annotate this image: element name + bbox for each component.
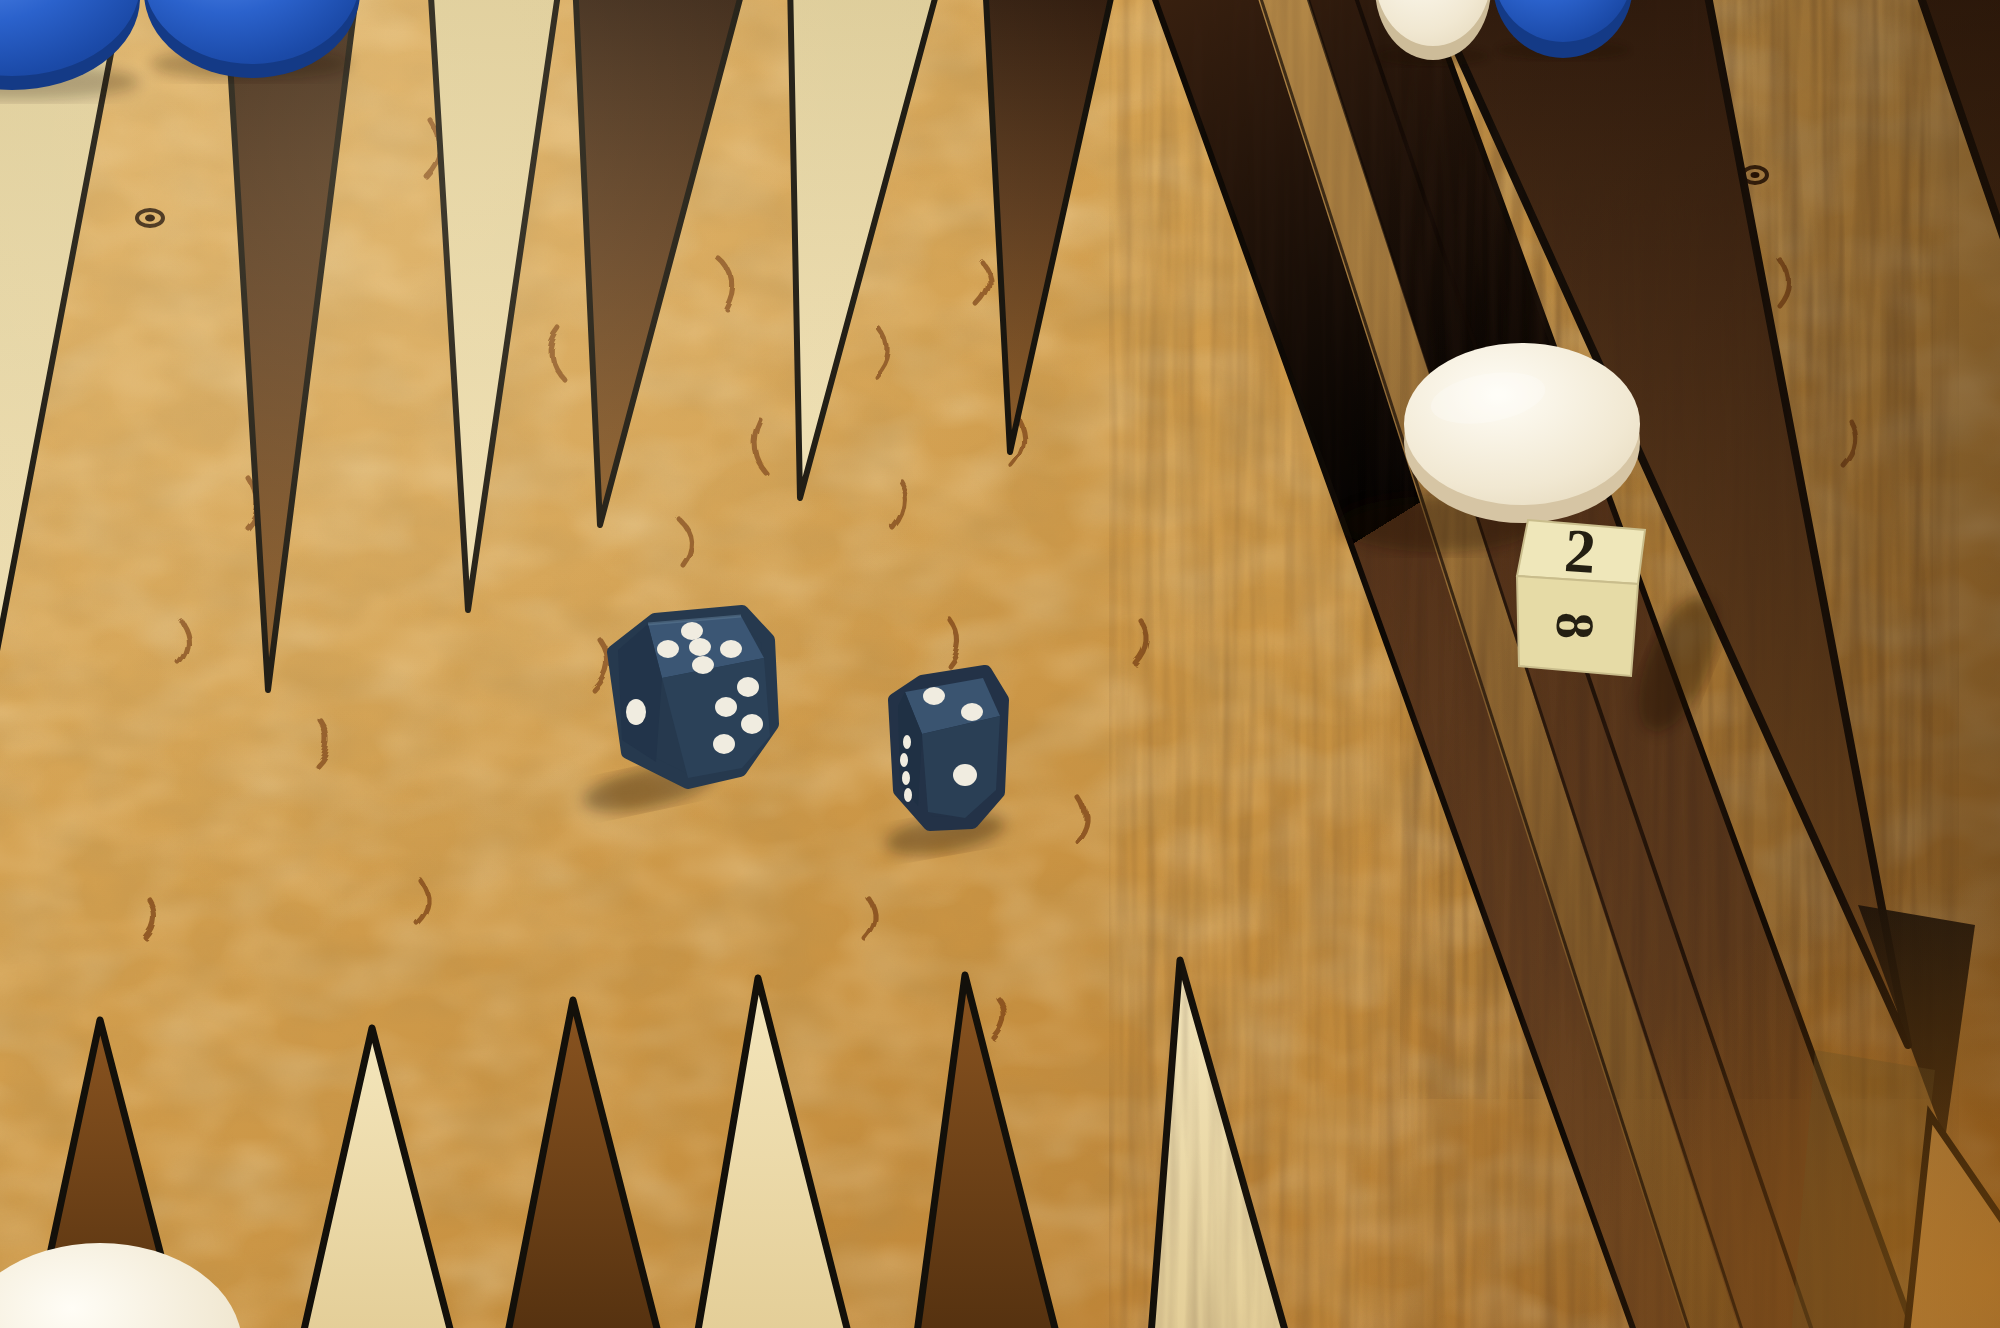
die-2[interactable] <box>895 672 1002 824</box>
backgammon-photo-scene: 2 8 <box>0 0 2000 1328</box>
cube-side-number: 8 <box>1545 611 1606 640</box>
doubling-cube[interactable]: 2 8 <box>1517 516 1645 676</box>
backgammon-board: 2 8 <box>0 0 2000 1328</box>
die-1[interactable] <box>614 612 772 782</box>
cube-top-number: 2 <box>1562 516 1598 586</box>
checker-white-on-bar[interactable] <box>1404 343 1640 523</box>
